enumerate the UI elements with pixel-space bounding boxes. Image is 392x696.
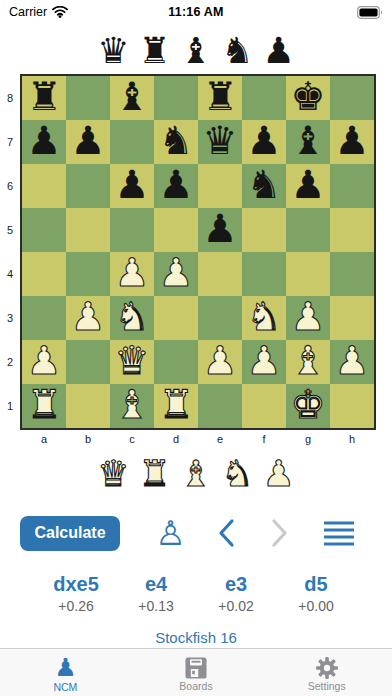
palette-white-queen[interactable]: ♛: [97, 454, 129, 494]
file-label-g: g: [286, 430, 330, 446]
square-d5[interactable]: [154, 208, 198, 252]
rank-label-3: 3: [0, 296, 20, 340]
white-king: ♚: [291, 383, 326, 427]
wifi-icon: [52, 6, 68, 18]
tab-ncm[interactable]: ♟ NCM: [0, 649, 131, 696]
move-san: d5: [288, 573, 344, 596]
square-b8[interactable]: [66, 76, 110, 120]
floppy-disk-icon: [184, 656, 208, 680]
black-queen: ♛: [203, 119, 238, 163]
rank-label-1: 1: [0, 384, 20, 428]
square-f2[interactable]: ♟: [242, 340, 286, 384]
white-knight: ♞: [115, 295, 150, 339]
pawn-icon: ♟: [54, 655, 76, 681]
status-bar: Carrier 11:16 AM: [0, 0, 392, 24]
white-bishop: ♝: [115, 383, 150, 427]
square-b3[interactable]: ♟: [66, 296, 110, 340]
square-f6[interactable]: ♞: [242, 164, 286, 208]
file-label-e: e: [198, 430, 242, 446]
chevron-left-icon[interactable]: [216, 518, 238, 548]
tab-ncm-label: NCM: [53, 681, 77, 693]
square-d6[interactable]: ♟: [154, 164, 198, 208]
white-rook: ♜: [159, 383, 194, 427]
square-b7[interactable]: ♟: [66, 120, 110, 164]
black-rook: ♜: [27, 75, 62, 119]
file-label-b: b: [66, 430, 110, 446]
black-pawn: ♟: [247, 119, 282, 163]
side-to-move-pawn-icon[interactable]: ♙: [155, 515, 185, 551]
square-c8[interactable]: ♝: [110, 76, 154, 120]
square-e3[interactable]: [198, 296, 242, 340]
palette-white-rook[interactable]: ♜: [139, 454, 171, 494]
square-e4[interactable]: [198, 252, 242, 296]
black-bishop: ♝: [291, 119, 326, 163]
square-f3[interactable]: ♞: [242, 296, 286, 340]
square-c3[interactable]: ♞: [110, 296, 154, 340]
square-f8[interactable]: [242, 76, 286, 120]
palette-white-bishop[interactable]: ♝: [180, 454, 212, 494]
square-h8[interactable]: [330, 76, 374, 120]
white-pawn: ♟: [291, 295, 326, 339]
black-pawn: ♟: [291, 163, 326, 207]
square-a8[interactable]: ♜: [22, 76, 66, 120]
square-c6[interactable]: ♟: [110, 164, 154, 208]
square-h3[interactable]: [330, 296, 374, 340]
square-e7[interactable]: ♛: [198, 120, 242, 164]
square-h6[interactable]: [330, 164, 374, 208]
board-area: 87654321 ♜♝♜♚♟♟♞♛♟♝♟♟♟♞♟♟♟♟♟♞♞♟♟♛♟♟♝♟♜♝♜…: [0, 74, 392, 430]
white-pawn: ♟: [247, 339, 282, 383]
file-label-c: c: [110, 430, 154, 446]
file-labels: abcdefgh: [20, 430, 376, 446]
tab-settings-label: Settings: [308, 680, 346, 692]
app-screen: Carrier 11:16 AM ♛ ♜ ♝ ♞ ♟: [0, 0, 392, 696]
file-label-d: d: [154, 430, 198, 446]
square-a6[interactable]: [22, 164, 66, 208]
square-h5[interactable]: [330, 208, 374, 252]
white-piece-palette: ♛ ♜ ♝ ♞ ♟: [0, 452, 392, 494]
palette-black-knight[interactable]: ♞: [221, 31, 253, 71]
controls-row: Calculate ♙: [20, 515, 372, 551]
square-c1[interactable]: ♝: [110, 384, 154, 428]
square-e8[interactable]: ♜: [198, 76, 242, 120]
tab-boards[interactable]: Boards: [131, 649, 262, 696]
square-b1[interactable]: [66, 384, 110, 428]
palette-white-knight[interactable]: ♞: [221, 454, 253, 494]
rank-label-8: 8: [0, 76, 20, 120]
rank-label-4: 4: [0, 252, 20, 296]
move-eval: +0.00: [288, 598, 344, 614]
square-e1[interactable]: [198, 384, 242, 428]
black-pawn: ♟: [71, 119, 106, 163]
rank-labels: 87654321: [0, 74, 20, 430]
square-c5[interactable]: [110, 208, 154, 252]
rank-label-7: 7: [0, 120, 20, 164]
square-d4[interactable]: ♟: [154, 252, 198, 296]
square-e5[interactable]: ♟: [198, 208, 242, 252]
square-c7[interactable]: [110, 120, 154, 164]
white-pawn: ♟: [71, 295, 106, 339]
suggested-move-3[interactable]: e3 +0.02: [208, 573, 264, 614]
move-san: dxe5: [48, 573, 104, 596]
battery-icon: [357, 6, 383, 19]
white-pawn: ♟: [335, 339, 370, 383]
move-san: e4: [128, 573, 184, 596]
black-rook: ♜: [203, 75, 238, 119]
file-label-h: h: [330, 430, 374, 446]
move-san: e3: [208, 573, 264, 596]
square-g7[interactable]: ♝: [286, 120, 330, 164]
square-d3[interactable]: [154, 296, 198, 340]
square-a5[interactable]: [22, 208, 66, 252]
palette-black-pawn[interactable]: ♟: [262, 31, 294, 71]
black-king: ♚: [291, 75, 326, 119]
white-pawn: ♟: [27, 339, 62, 383]
square-a3[interactable]: [22, 296, 66, 340]
palette-white-pawn[interactable]: ♟: [262, 454, 294, 494]
white-pawn: ♟: [159, 251, 194, 295]
square-c4[interactable]: ♟: [110, 252, 154, 296]
rank-label-2: 2: [0, 340, 20, 384]
black-pawn: ♟: [27, 119, 62, 163]
square-f4[interactable]: [242, 252, 286, 296]
square-d8[interactable]: [154, 76, 198, 120]
menu-lines-icon[interactable]: [321, 519, 357, 547]
square-c2[interactable]: ♛: [110, 340, 154, 384]
tab-boards-label: Boards: [179, 680, 212, 692]
square-a4[interactable]: [22, 252, 66, 296]
palette-black-bishop[interactable]: ♝: [180, 31, 212, 71]
square-f7[interactable]: ♟: [242, 120, 286, 164]
square-a1[interactable]: ♜: [22, 384, 66, 428]
palette-black-queen[interactable]: ♛: [97, 31, 129, 71]
square-f5[interactable]: [242, 208, 286, 252]
move-eval: +0.26: [48, 598, 104, 614]
file-label-f: f: [242, 430, 286, 446]
file-label-a: a: [22, 430, 66, 446]
calculate-button[interactable]: Calculate: [20, 516, 120, 551]
white-bishop: ♝: [291, 339, 326, 383]
square-g3[interactable]: ♟: [286, 296, 330, 340]
square-a2[interactable]: ♟: [22, 340, 66, 384]
square-d2[interactable]: [154, 340, 198, 384]
move-eval: +0.02: [208, 598, 264, 614]
suggested-move-1[interactable]: dxe5 +0.26: [48, 573, 104, 614]
palette-black-rook[interactable]: ♜: [139, 31, 171, 71]
square-g5[interactable]: [286, 208, 330, 252]
move-eval: +0.13: [128, 598, 184, 614]
square-a7[interactable]: ♟: [22, 120, 66, 164]
chevron-right-icon[interactable]: [268, 518, 290, 548]
white-queen: ♛: [115, 339, 150, 383]
square-g2[interactable]: ♝: [286, 340, 330, 384]
black-pawn: ♟: [115, 163, 150, 207]
square-e2[interactable]: ♟: [198, 340, 242, 384]
rank-label-6: 6: [0, 164, 20, 208]
engine-name: Stockfish 16: [0, 629, 392, 646]
suggested-move-4[interactable]: d5 +0.00: [288, 573, 344, 614]
gear-icon: [315, 656, 339, 680]
square-h1[interactable]: [330, 384, 374, 428]
tab-settings[interactable]: Settings: [261, 649, 392, 696]
square-h7[interactable]: ♟: [330, 120, 374, 164]
carrier-label: Carrier: [9, 5, 47, 19]
square-g8[interactable]: ♚: [286, 76, 330, 120]
board-grid: ♜♝♜♚♟♟♞♛♟♝♟♟♟♞♟♟♟♟♟♞♞♟♟♛♟♟♝♟♜♝♜♚: [20, 74, 376, 430]
white-pawn: ♟: [203, 339, 238, 383]
black-knight: ♞: [247, 163, 282, 207]
square-d7[interactable]: ♞: [154, 120, 198, 164]
square-g6[interactable]: ♟: [286, 164, 330, 208]
square-b4[interactable]: [66, 252, 110, 296]
rank-label-5: 5: [0, 208, 20, 252]
move-suggestions: dxe5 +0.26 e4 +0.13 e3 +0.02 d5 +0.00: [0, 573, 392, 614]
black-knight: ♞: [159, 119, 194, 163]
tab-bar: ♟ NCM Boards: [0, 648, 392, 696]
square-h2[interactable]: ♟: [330, 340, 374, 384]
white-knight: ♞: [247, 295, 282, 339]
clock: 11:16 AM: [127, 5, 265, 19]
square-b2[interactable]: [66, 340, 110, 384]
square-b6[interactable]: [66, 164, 110, 208]
white-rook: ♜: [27, 383, 62, 427]
black-pawn: ♟: [335, 119, 370, 163]
square-b5[interactable]: [66, 208, 110, 252]
white-pawn: ♟: [115, 251, 150, 295]
black-pawn: ♟: [203, 207, 238, 251]
square-f1[interactable]: [242, 384, 286, 428]
square-e6[interactable]: [198, 164, 242, 208]
black-pawn: ♟: [159, 163, 194, 207]
square-g1[interactable]: ♚: [286, 384, 330, 428]
square-h4[interactable]: [330, 252, 374, 296]
black-bishop: ♝: [115, 75, 150, 119]
square-g4[interactable]: [286, 252, 330, 296]
suggested-move-2[interactable]: e4 +0.13: [128, 573, 184, 614]
square-d1[interactable]: ♜: [154, 384, 198, 428]
black-piece-palette: ♛ ♜ ♝ ♞ ♟: [0, 29, 392, 71]
